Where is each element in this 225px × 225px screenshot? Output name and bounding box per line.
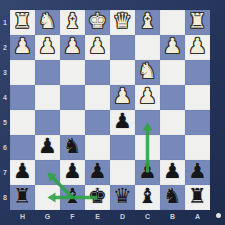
square-a5[interactable] <box>185 110 210 135</box>
piece-black-queen-d8[interactable]: ♛ <box>113 184 132 209</box>
square-c5[interactable] <box>135 110 160 135</box>
file-label-d: D <box>110 210 135 223</box>
piece-white-pawn-h2[interactable]: ♟ <box>13 34 32 59</box>
piece-black-bishop-f8[interactable]: ♝ <box>63 184 82 209</box>
chess-board: ♜♞♝♚♛♝♜♟♟♟♟♟♟♞♟♟♟♟♞♟♟♟♟♟♟♜♝♚♛♝♞♜ <box>10 10 210 210</box>
square-h6[interactable] <box>10 135 35 160</box>
square-g7[interactable] <box>35 160 60 185</box>
square-b1[interactable] <box>160 10 185 35</box>
square-g8[interactable] <box>35 185 60 210</box>
square-f5[interactable] <box>60 110 85 135</box>
square-f1[interactable]: ♝ <box>60 10 85 35</box>
piece-black-pawn-b7[interactable]: ♟ <box>163 159 182 184</box>
square-h4[interactable] <box>10 85 35 110</box>
square-f6[interactable]: ♞ <box>60 135 85 160</box>
square-h7[interactable]: ♟ <box>10 160 35 185</box>
square-b8[interactable]: ♞ <box>160 185 185 210</box>
piece-black-pawn-d5[interactable]: ♟ <box>113 109 132 134</box>
file-label-g: G <box>35 210 60 223</box>
piece-white-pawn-a2[interactable]: ♟ <box>188 34 207 59</box>
piece-black-pawn-c7[interactable]: ♟ <box>138 159 157 184</box>
piece-black-pawn-h7[interactable]: ♟ <box>13 159 32 184</box>
piece-black-pawn-a7[interactable]: ♟ <box>188 159 207 184</box>
rank-label-1: 1 <box>0 10 10 35</box>
piece-white-pawn-f2[interactable]: ♟ <box>63 34 82 59</box>
square-d3[interactable] <box>110 60 135 85</box>
piece-white-queen-d1[interactable]: ♛ <box>113 9 132 34</box>
piece-white-knight-g1[interactable]: ♞ <box>38 9 57 34</box>
square-h1[interactable]: ♜ <box>10 10 35 35</box>
square-e1[interactable]: ♚ <box>85 10 110 35</box>
square-d2[interactable] <box>110 35 135 60</box>
square-a4[interactable] <box>185 85 210 110</box>
square-d5[interactable]: ♟ <box>110 110 135 135</box>
square-h3[interactable] <box>10 60 35 85</box>
piece-white-bishop-c1[interactable]: ♝ <box>138 9 157 34</box>
square-d6[interactable] <box>110 135 135 160</box>
rank-label-5: 5 <box>0 110 10 135</box>
square-h2[interactable]: ♟ <box>10 35 35 60</box>
square-f7[interactable]: ♟ <box>60 160 85 185</box>
piece-black-pawn-g6[interactable]: ♟ <box>38 134 57 159</box>
square-h8[interactable]: ♜ <box>10 185 35 210</box>
square-e6[interactable] <box>85 135 110 160</box>
piece-white-bishop-f1[interactable]: ♝ <box>63 9 82 34</box>
rank-label-7: 7 <box>0 160 10 185</box>
square-g2[interactable]: ♟ <box>35 35 60 60</box>
piece-white-pawn-d4[interactable]: ♟ <box>113 84 132 109</box>
piece-white-king-e1[interactable]: ♚ <box>88 9 107 34</box>
square-g6[interactable]: ♟ <box>35 135 60 160</box>
square-b7[interactable]: ♟ <box>160 160 185 185</box>
piece-white-rook-a1[interactable]: ♜ <box>188 9 207 34</box>
square-b6[interactable] <box>160 135 185 160</box>
file-label-a: A <box>185 210 210 223</box>
square-f2[interactable]: ♟ <box>60 35 85 60</box>
square-a3[interactable] <box>185 60 210 85</box>
square-c8[interactable]: ♝ <box>135 185 160 210</box>
piece-black-rook-h8[interactable]: ♜ <box>13 184 32 209</box>
piece-black-pawn-f7[interactable]: ♟ <box>63 159 82 184</box>
square-b3[interactable] <box>160 60 185 85</box>
square-b2[interactable]: ♟ <box>160 35 185 60</box>
square-f8[interactable]: ♝ <box>60 185 85 210</box>
file-label-b: B <box>160 210 185 223</box>
rank-label-2: 2 <box>0 35 10 60</box>
square-c1[interactable]: ♝ <box>135 10 160 35</box>
square-g5[interactable] <box>35 110 60 135</box>
file-label-f: F <box>60 210 85 223</box>
piece-white-rook-h1[interactable]: ♜ <box>13 9 32 34</box>
piece-black-bishop-c8[interactable]: ♝ <box>138 184 157 209</box>
file-label-h: H <box>10 210 35 223</box>
rank-label-8: 8 <box>0 185 10 210</box>
piece-white-pawn-c4[interactable]: ♟ <box>138 84 157 109</box>
square-g1[interactable]: ♞ <box>35 10 60 35</box>
square-a8[interactable]: ♜ <box>185 185 210 210</box>
piece-white-pawn-e2[interactable]: ♟ <box>88 34 107 59</box>
rank-label-6: 6 <box>0 135 10 160</box>
square-h5[interactable] <box>10 110 35 135</box>
file-label-c: C <box>135 210 160 223</box>
square-g4[interactable] <box>35 85 60 110</box>
square-d7[interactable] <box>110 160 135 185</box>
square-c3[interactable]: ♞ <box>135 60 160 85</box>
square-e8[interactable]: ♚ <box>85 185 110 210</box>
square-e5[interactable] <box>85 110 110 135</box>
square-a2[interactable]: ♟ <box>185 35 210 60</box>
piece-white-knight-c3[interactable]: ♞ <box>138 59 157 84</box>
square-d4[interactable]: ♟ <box>110 85 135 110</box>
square-e7[interactable]: ♟ <box>85 160 110 185</box>
square-e2[interactable]: ♟ <box>85 35 110 60</box>
piece-black-knight-b8[interactable]: ♞ <box>163 184 182 209</box>
piece-black-rook-a8[interactable]: ♜ <box>188 184 207 209</box>
square-g3[interactable] <box>35 60 60 85</box>
square-f4[interactable] <box>60 85 85 110</box>
piece-black-knight-f6[interactable]: ♞ <box>63 134 82 159</box>
square-d8[interactable]: ♛ <box>110 185 135 210</box>
rank-label-3: 3 <box>0 60 10 85</box>
square-b5[interactable] <box>160 110 185 135</box>
piece-black-king-e8[interactable]: ♚ <box>88 184 107 209</box>
square-a7[interactable]: ♟ <box>185 160 210 185</box>
file-label-e: E <box>85 210 110 223</box>
square-c2[interactable] <box>135 35 160 60</box>
square-c4[interactable]: ♟ <box>135 85 160 110</box>
square-c7[interactable]: ♟ <box>135 160 160 185</box>
square-d1[interactable]: ♛ <box>110 10 135 35</box>
square-e4[interactable] <box>85 85 110 110</box>
corner-dot-icon <box>216 213 221 218</box>
square-a1[interactable]: ♜ <box>185 10 210 35</box>
rank-label-4: 4 <box>0 85 10 110</box>
square-a6[interactable] <box>185 135 210 160</box>
square-f3[interactable] <box>60 60 85 85</box>
square-b4[interactable] <box>160 85 185 110</box>
chess-board-frame: ♜♞♝♚♛♝♜♟♟♟♟♟♟♞♟♟♟♟♞♟♟♟♟♟♟♜♝♚♛♝♞♜ 1234567… <box>0 0 225 225</box>
piece-white-pawn-b2[interactable]: ♟ <box>163 34 182 59</box>
square-c6[interactable] <box>135 135 160 160</box>
piece-black-pawn-e7[interactable]: ♟ <box>88 159 107 184</box>
square-e3[interactable] <box>85 60 110 85</box>
piece-white-pawn-g2[interactable]: ♟ <box>38 34 57 59</box>
